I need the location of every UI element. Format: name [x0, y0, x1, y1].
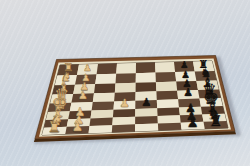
square-f4: [113, 109, 135, 118]
square-f5: [135, 108, 157, 117]
square-h5: [135, 124, 158, 132]
square-g3: [90, 118, 113, 126]
piece-black-rook-h8: ♜: [209, 112, 222, 129]
square-g4: [112, 117, 135, 125]
square-e3: [92, 101, 115, 110]
square-d3: [93, 93, 115, 102]
square-a3: [97, 64, 117, 75]
square-h6: [158, 123, 182, 131]
square-g6: [158, 115, 181, 123]
square-c5: [136, 82, 157, 92]
square-f3: [91, 110, 114, 119]
photo-background: ♜♟♜♟♞♟♞♟♝♟♝♟♛♟♛♟♚♟♚♟♝♟♝♟♞♟♞♟♜♟♜♟: [0, 0, 250, 166]
square-h4: [112, 124, 135, 132]
square-c3: [94, 84, 116, 94]
square-b6: [156, 72, 177, 82]
square-c6: [156, 82, 177, 92]
piece-white-pawn-e4: ♟: [120, 97, 130, 110]
square-a4: [116, 63, 136, 74]
square-d6: [156, 91, 178, 100]
square-c4: [115, 83, 136, 93]
square-a5: [136, 63, 156, 74]
piece-white-rook-h1: ♜: [48, 118, 61, 135]
piece-black-pawn-d7: ♟: [183, 86, 193, 99]
square-b4: [116, 73, 136, 83]
square-a6: [155, 62, 175, 73]
piece-white-pawn-h2: ♟: [72, 119, 83, 134]
square-f6: [157, 108, 180, 117]
piece-black-pawn-h7: ♟: [187, 115, 198, 130]
square-g5: [135, 116, 158, 124]
chessboard-photo: ♜♟♜♟♞♟♞♟♝♟♝♟♛♟♛♟♚♟♚♟♝♟♝♟♞♟♞♟♜♟♜♟: [0, 0, 250, 166]
square-b5: [136, 73, 156, 83]
square-b3: [95, 74, 116, 84]
square-e6: [157, 99, 179, 108]
piece-white-pawn-d2: ♟: [78, 89, 88, 102]
board-render-group: ♜♟♜♟♞♟♞♟♝♟♝♟♛♟♛♟♚♟♚♟♝♟♝♟♞♟♞♟♜♟♜♟: [34, 56, 241, 144]
piece-black-pawn-e5: ♟: [141, 96, 151, 109]
square-h3: [89, 125, 113, 133]
